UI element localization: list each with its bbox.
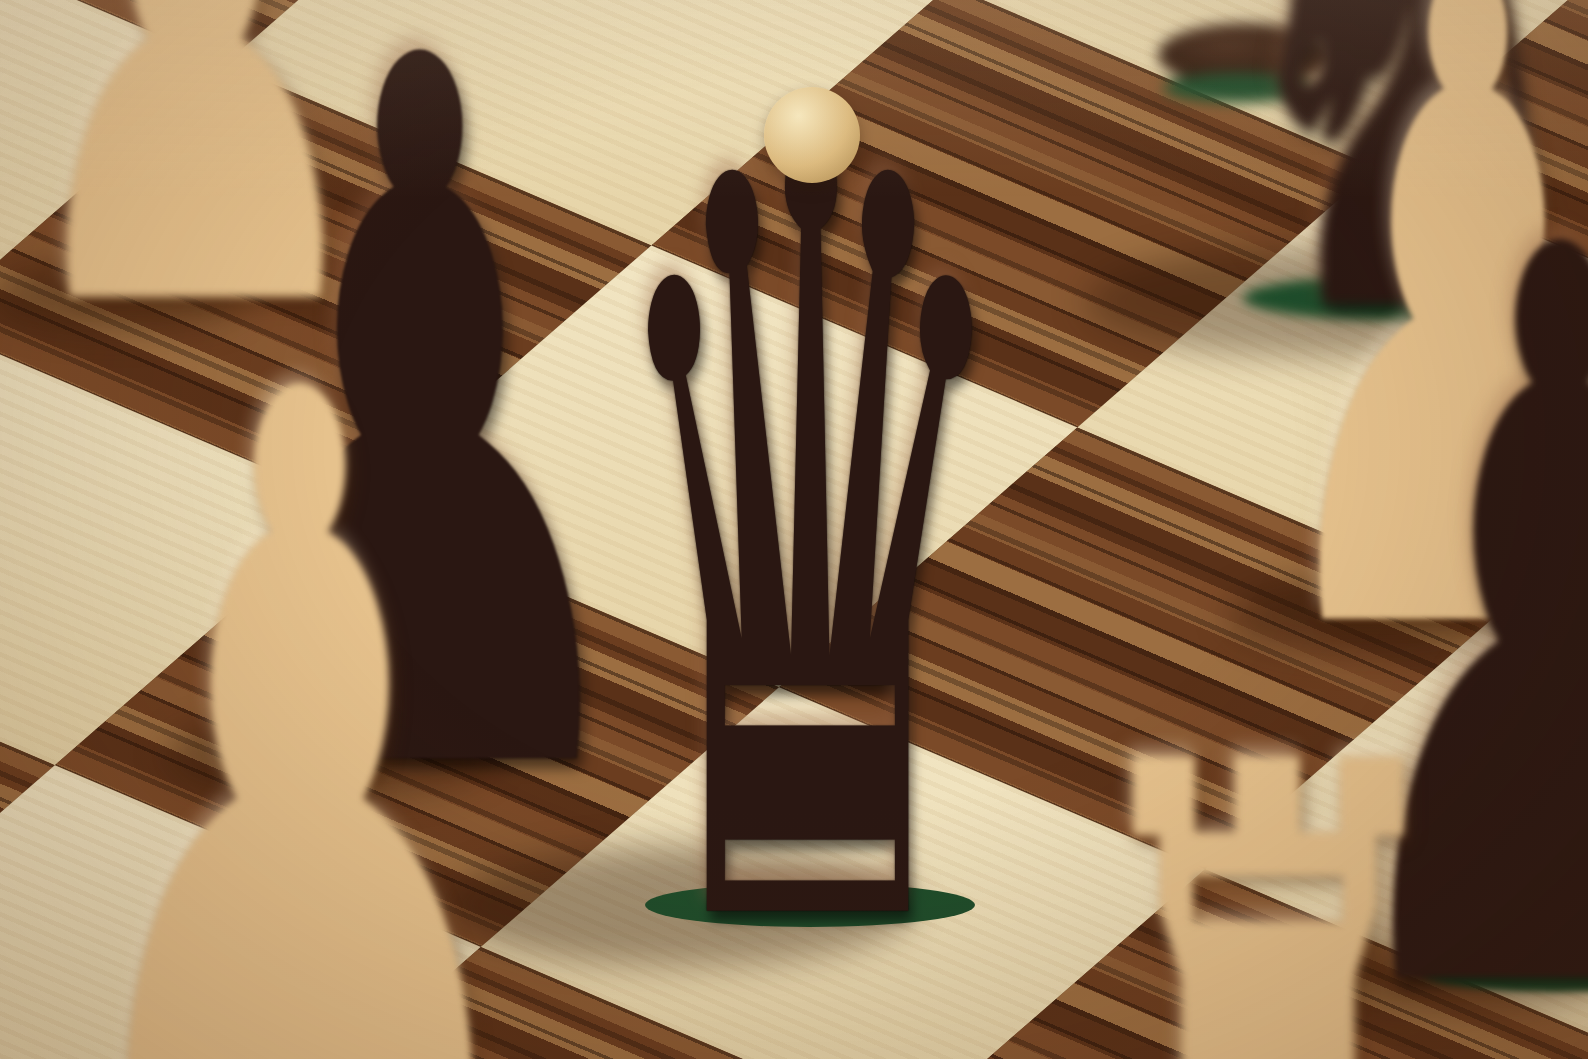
chessboard-scene: ♟♟♞♟♛♟♟♜ <box>0 0 1588 1059</box>
rook-glyph: ♜ <box>1053 640 1483 1059</box>
pawn-glyph: ♟ <box>42 262 557 1059</box>
queen-boxwood-finial <box>764 87 860 183</box>
